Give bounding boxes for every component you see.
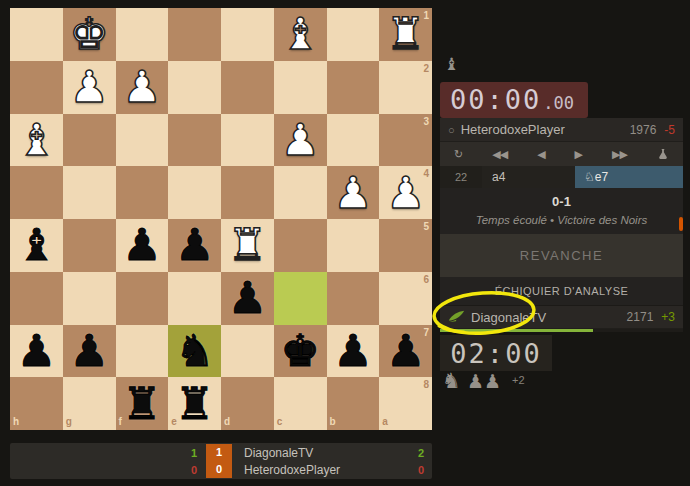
square-f5[interactable]: ♟ [116, 219, 169, 272]
square-g5[interactable] [63, 219, 116, 272]
piece-wK-g1[interactable]: ♚ [69, 12, 108, 56]
game-result-block: 0-1 Temps écoulé • Victoire des Noirs [440, 188, 683, 234]
move-number: 22 [440, 166, 482, 188]
square-d7[interactable] [221, 325, 274, 378]
score-row-heterodoxeplayer: 0 0 HeterodoxePlayer 0 [10, 461, 432, 478]
coord-rank-6: 6 [423, 275, 429, 285]
square-d3[interactable] [221, 114, 274, 167]
score-game1-black: 1 [10, 447, 206, 459]
square-d4[interactable] [221, 166, 274, 219]
coord-file-h: h [13, 417, 19, 427]
square-c6[interactable] [274, 272, 327, 325]
square-f6[interactable] [116, 272, 169, 325]
piece-bP-h7[interactable]: ♟ [17, 329, 56, 373]
square-e8[interactable]: ♜e [168, 377, 221, 430]
coord-file-d: d [224, 417, 230, 427]
lichess-game-screen: ♚♝♜1♟♟2♝♟3♟♟4♝♟♟♜5♟6♟♟♞♚♟♟7hg♜f♜edcba8 1… [0, 0, 690, 486]
square-f3[interactable] [116, 114, 169, 167]
square-c5[interactable] [274, 219, 327, 272]
streamer-wing-icon [448, 310, 465, 324]
white-clock-tenths: .00 [543, 93, 574, 113]
piece-wP-c3[interactable]: ♟ [280, 118, 319, 162]
square-b4[interactable]: ♟ [327, 166, 380, 219]
square-a7[interactable]: ♟7 [379, 325, 432, 378]
square-g8[interactable]: g [63, 377, 116, 430]
match-score-table: 1 1 DiagonaleTV 2 0 0 HeterodoxePlayer 0 [10, 443, 432, 479]
score-name-white: HeterodoxePlayer [232, 463, 398, 477]
coord-rank-1: 1 [423, 11, 429, 21]
piece-wR-a1[interactable]: ♜ [386, 12, 425, 56]
square-h8[interactable]: h [10, 377, 63, 430]
square-h4[interactable] [10, 166, 63, 219]
score-total-black: 2 [398, 447, 432, 459]
coord-rank-2: 2 [423, 64, 429, 74]
square-b1[interactable] [327, 8, 380, 61]
piece-wP-b4[interactable]: ♟ [333, 171, 372, 215]
square-h6[interactable] [10, 272, 63, 325]
square-e4[interactable] [168, 166, 221, 219]
square-c3[interactable]: ♟ [274, 114, 327, 167]
square-b8[interactable]: b [327, 377, 380, 430]
black-captured-pieces-tray: ♞ ♟♟ +2 [442, 371, 525, 392]
material-advantage: +2 [512, 374, 525, 386]
square-e7[interactable]: ♞ [168, 325, 221, 378]
square-h3[interactable]: ♝ [10, 114, 63, 167]
black-move-ne7-selected[interactable]: ♘e7 [575, 166, 683, 188]
move-list-row: 22 a4 ♘e7 [440, 166, 683, 188]
coord-rank-5: 5 [423, 222, 429, 232]
square-a2[interactable]: 2 [379, 61, 432, 114]
square-g4[interactable] [63, 166, 116, 219]
white-player-name[interactable]: HeterodoxePlayer [461, 122, 565, 137]
online-status-icon: ○ [448, 124, 455, 136]
piece-wP-g2[interactable]: ♟ [69, 65, 108, 109]
coord-file-a: a [382, 417, 388, 427]
white-player-rating: 1976 [630, 123, 657, 137]
square-c2[interactable] [274, 61, 327, 114]
square-d1[interactable] [221, 8, 274, 61]
square-a1[interactable]: ♜1 [379, 8, 432, 61]
white-rating-diff: -5 [664, 123, 675, 137]
captured-pawns-icons: ♟♟ [467, 370, 501, 392]
coord-file-c: c [277, 417, 283, 427]
square-c7[interactable]: ♚ [274, 325, 327, 378]
square-b5[interactable] [327, 219, 380, 272]
piece-wB-c1[interactable]: ♝ [280, 12, 319, 56]
square-e2[interactable] [168, 61, 221, 114]
score-row-diagonaletv: 1 1 DiagonaleTV 2 [10, 444, 432, 461]
score-name-black: DiagonaleTV [232, 446, 398, 460]
coord-rank-4: 4 [423, 169, 429, 179]
square-f1[interactable] [116, 8, 169, 61]
coord-rank-8: 8 [423, 380, 429, 390]
coord-file-e: e [171, 417, 177, 427]
square-b2[interactable] [327, 61, 380, 114]
square-e1[interactable] [168, 8, 221, 61]
square-f4[interactable] [116, 166, 169, 219]
square-c1[interactable]: ♝ [274, 8, 327, 61]
piece-bK-c7[interactable]: ♚ [280, 329, 319, 373]
white-move-a4[interactable]: a4 [482, 166, 575, 188]
captured-knight-icon: ♞ [442, 369, 461, 393]
chess-board[interactable]: ♚♝♜1♟♟2♝♟3♟♟4♝♟♟♜5♟6♟♟♞♚♟♟7hg♜f♜edcba8 [10, 8, 432, 430]
result-reason: Temps écoulé • Victoire des Noirs [440, 214, 683, 226]
piece-bN-e7[interactable]: ♞ [175, 329, 214, 373]
white-clock-time: 00:00 [450, 82, 541, 118]
square-g3[interactable] [63, 114, 116, 167]
coord-file-g: g [66, 417, 72, 427]
white-captured-pieces-tray: ♝ [444, 56, 459, 73]
score-total-white: 0 [398, 464, 432, 476]
result-score: 0-1 [440, 194, 683, 209]
square-a5[interactable]: 5 [379, 219, 432, 272]
square-f7[interactable] [116, 325, 169, 378]
score-game2-white: 0 [206, 461, 232, 478]
square-g2[interactable]: ♟ [63, 61, 116, 114]
piece-bP-b7[interactable]: ♟ [333, 329, 372, 373]
square-e6[interactable] [168, 272, 221, 325]
piece-bP-g7[interactable]: ♟ [69, 329, 108, 373]
coord-file-f: f [119, 417, 122, 427]
score-game1-white: 0 [10, 464, 206, 476]
square-g7[interactable]: ♟ [63, 325, 116, 378]
piece-wP-f2[interactable]: ♟ [122, 65, 161, 109]
square-g1[interactable]: ♚ [63, 8, 116, 61]
square-h1[interactable] [10, 8, 63, 61]
square-c8[interactable]: c [274, 377, 327, 430]
square-h5[interactable]: ♝ [10, 219, 63, 272]
square-d2[interactable] [221, 61, 274, 114]
coord-rank-7: 7 [423, 328, 429, 338]
black-player-row[interactable]: DiagonaleTV 2171 +3 [440, 305, 683, 329]
black-player-rating: 2171 [627, 310, 654, 324]
square-a8[interactable]: a8 [379, 377, 432, 430]
square-f2[interactable]: ♟ [116, 61, 169, 114]
white-player-row[interactable]: ○ HeterodoxePlayer 1976 -5 [440, 118, 683, 142]
square-b3[interactable] [327, 114, 380, 167]
cycle-variations-icon[interactable]: ↻ [454, 148, 462, 161]
square-b6[interactable] [327, 272, 380, 325]
square-e5[interactable]: ♟ [168, 219, 221, 272]
game-side-panel: ○ HeterodoxePlayer 1976 -5 ↻ ◀◀ ◀ ▶ ▶▶ 2… [440, 118, 683, 332]
square-a4[interactable]: ♟4 [379, 166, 432, 219]
square-d8[interactable]: d [221, 377, 274, 430]
score-game2-black: 1 [206, 444, 232, 461]
square-b7[interactable]: ♟ [327, 325, 380, 378]
previous-move-icon[interactable]: ◀ [537, 148, 544, 161]
scrollbar-thumb[interactable] [679, 217, 683, 231]
piece-bR-e8[interactable]: ♜ [175, 382, 214, 426]
square-a3[interactable]: 3 [379, 114, 432, 167]
piece-bP-d6[interactable]: ♟ [228, 276, 267, 320]
rating-progress-bar [440, 329, 683, 332]
square-d6[interactable]: ♟ [221, 272, 274, 325]
piece-wR-d5[interactable]: ♜ [228, 223, 267, 267]
analysis-flask-icon[interactable] [657, 147, 669, 161]
square-d5[interactable]: ♜ [221, 219, 274, 272]
move-navigation-bar: ↻ ◀◀ ◀ ▶ ▶▶ [440, 142, 683, 166]
last-move-icon[interactable]: ▶▶ [612, 148, 627, 161]
square-g6[interactable] [63, 272, 116, 325]
piece-wB-h3[interactable]: ♝ [17, 118, 56, 162]
square-a6[interactable]: 6 [379, 272, 432, 325]
analysis-board-link[interactable]: ÉCHIQUIER D'ANALYSE [440, 277, 683, 305]
black-player-name[interactable]: DiagonaleTV [471, 310, 546, 325]
white-clock-flagged: 00:00 .00 [440, 82, 588, 118]
first-move-icon[interactable]: ◀◀ [492, 148, 507, 161]
square-e3[interactable] [168, 114, 221, 167]
black-clock: 02:00 [440, 335, 552, 371]
piece-bP-f5[interactable]: ♟ [122, 223, 161, 267]
piece-bB-h5[interactable]: ♝ [17, 223, 56, 267]
piece-wP-a4[interactable]: ♟ [386, 171, 425, 215]
piece-bR-f8[interactable]: ♜ [122, 382, 161, 426]
square-f8[interactable]: ♜f [116, 377, 169, 430]
coord-rank-3: 3 [423, 117, 429, 127]
square-c4[interactable] [274, 166, 327, 219]
black-rating-diff: +3 [661, 310, 675, 324]
next-move-icon[interactable]: ▶ [575, 148, 582, 161]
square-h7[interactable]: ♟ [10, 325, 63, 378]
square-h2[interactable] [10, 61, 63, 114]
piece-bP-a7[interactable]: ♟ [386, 329, 425, 373]
coord-file-b: b [330, 417, 336, 427]
rematch-button[interactable]: REVANCHE [440, 234, 683, 277]
piece-bP-e5[interactable]: ♟ [175, 223, 214, 267]
